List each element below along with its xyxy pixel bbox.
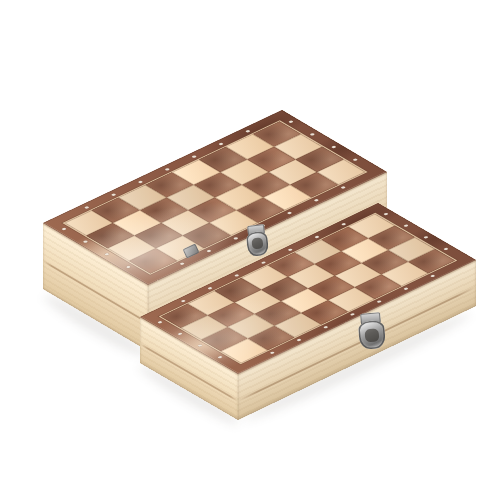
board-square-light: [210, 210, 258, 235]
nail-dot: [313, 199, 319, 202]
board-square-light: [288, 264, 335, 288]
board-square-dark: [315, 251, 362, 275]
ground-shadow: [40, 289, 152, 363]
nail-dot: [82, 240, 88, 243]
nail-dot: [352, 158, 358, 161]
board-square-dark: [268, 252, 315, 276]
board-square-light: [65, 210, 113, 235]
light-sheen: [43, 110, 387, 285]
board-square-dark: [199, 147, 247, 172]
board-square-dark: [242, 172, 290, 197]
board-square-light: [167, 185, 215, 210]
board-square-light: [269, 159, 317, 184]
board-square-dark: [368, 226, 415, 250]
back-box-clasp-icon: [245, 224, 269, 258]
nail-dot: [233, 237, 239, 240]
board-square-light: [188, 291, 235, 315]
nail-dot: [350, 313, 356, 316]
board-square-dark: [140, 198, 188, 223]
nail-dot: [287, 248, 293, 251]
back-box-hinge-icon: [183, 244, 200, 259]
back-box: [0, 0, 500, 500]
board-square-light: [274, 134, 322, 159]
clasp-plate: [360, 312, 382, 325]
board-square-dark: [86, 223, 134, 248]
board-square-dark: [92, 198, 140, 223]
nail-dot: [340, 186, 346, 189]
nail-dot: [104, 253, 110, 256]
nail-dot: [376, 300, 382, 303]
board-square-light: [348, 214, 395, 238]
board-square-light: [295, 240, 342, 264]
board-square-light: [156, 236, 204, 261]
board-square-dark: [201, 327, 248, 351]
board-square-light: [118, 185, 166, 210]
board-square-dark: [247, 147, 295, 172]
back-box-checkerboard: [65, 121, 366, 273]
board-square-light: [226, 134, 274, 159]
board-square-light: [241, 265, 288, 289]
front-box-board-top: [140, 203, 476, 374]
front-box: [0, 0, 500, 500]
nail-dot: [323, 326, 329, 329]
board-square-light: [263, 185, 311, 210]
nail-dot: [191, 155, 197, 158]
nail-dot: [207, 287, 213, 290]
back-box-right-side: [282, 110, 387, 238]
board-square-dark: [194, 172, 242, 197]
board-square-light: [181, 315, 228, 339]
board-square-dark: [255, 301, 302, 325]
board-square-dark: [296, 147, 344, 172]
back-box-board-top: [43, 110, 387, 285]
back-box-front-side: [148, 172, 387, 351]
board-square-dark: [290, 172, 338, 197]
light-sheen: [140, 203, 476, 374]
nail-dot: [309, 133, 315, 136]
clasp-loop: [246, 231, 269, 257]
board-square-dark: [301, 300, 348, 324]
board-square-dark: [183, 223, 231, 248]
nail-dot: [245, 130, 251, 133]
product-photo-scene: [0, 0, 500, 500]
board-square-dark: [253, 121, 301, 146]
board-square-dark: [161, 304, 208, 328]
board-square-light: [215, 185, 263, 210]
board-square-light: [161, 210, 209, 235]
nail-dot: [443, 247, 449, 250]
nail-dot: [111, 193, 117, 196]
nail-dot: [260, 224, 266, 227]
board-square-light: [281, 289, 328, 313]
board-square-dark: [188, 198, 236, 223]
board-square-light: [172, 160, 220, 185]
board-square-dark: [321, 227, 368, 251]
board-square-light: [228, 314, 275, 338]
nail-dot: [403, 224, 409, 227]
nail-dot: [125, 265, 131, 268]
nail-dot: [314, 235, 320, 238]
board-square-dark: [145, 172, 193, 197]
board-square-light: [220, 159, 268, 184]
board-square-light: [221, 339, 268, 363]
board-square-light: [235, 290, 282, 314]
ground-shadow: [381, 248, 474, 308]
board-square-dark: [248, 326, 295, 350]
nail-dot: [61, 227, 67, 230]
nail-dot: [261, 261, 267, 264]
nail-dot: [218, 142, 224, 145]
nail-dot: [287, 211, 293, 214]
nail-dot: [234, 274, 240, 277]
board-square-light: [275, 313, 322, 337]
board-square-light: [113, 210, 161, 235]
nail-dot: [296, 338, 302, 341]
nail-dot: [157, 321, 163, 324]
nail-dot: [403, 287, 409, 290]
nail-dot: [423, 236, 429, 239]
nail-dot: [164, 168, 170, 171]
nail-dot: [137, 180, 143, 183]
nail-dot: [84, 206, 90, 209]
board-square-light: [317, 159, 365, 184]
nail-dot: [331, 145, 337, 148]
ground-shadow: [240, 307, 473, 427]
board-square-dark: [261, 277, 308, 301]
nail-dot: [179, 262, 185, 265]
nail-dot: [341, 223, 347, 226]
nail-dot: [197, 344, 203, 347]
nail-dot: [206, 249, 212, 252]
board-square-dark: [208, 302, 255, 326]
clasp-plate: [247, 224, 265, 235]
board-square-light: [328, 287, 375, 311]
board-square-dark: [215, 278, 262, 302]
board-square-dark: [129, 248, 177, 273]
board-square-dark: [236, 197, 284, 222]
nail-dot: [383, 213, 389, 216]
board-square-light: [335, 263, 382, 287]
nail-dot: [180, 300, 186, 303]
nail-dot: [288, 120, 294, 123]
board-square-dark: [308, 276, 355, 300]
board-square-light: [108, 236, 156, 261]
nail-dot: [269, 351, 275, 354]
board-square-dark: [355, 275, 402, 299]
board-square-dark: [134, 223, 182, 248]
board-square-light: [341, 238, 388, 262]
nail-dot: [177, 332, 183, 335]
front-box-left-side: [140, 317, 238, 420]
nail-dot: [217, 356, 223, 359]
ground-shadow: [135, 360, 242, 430]
